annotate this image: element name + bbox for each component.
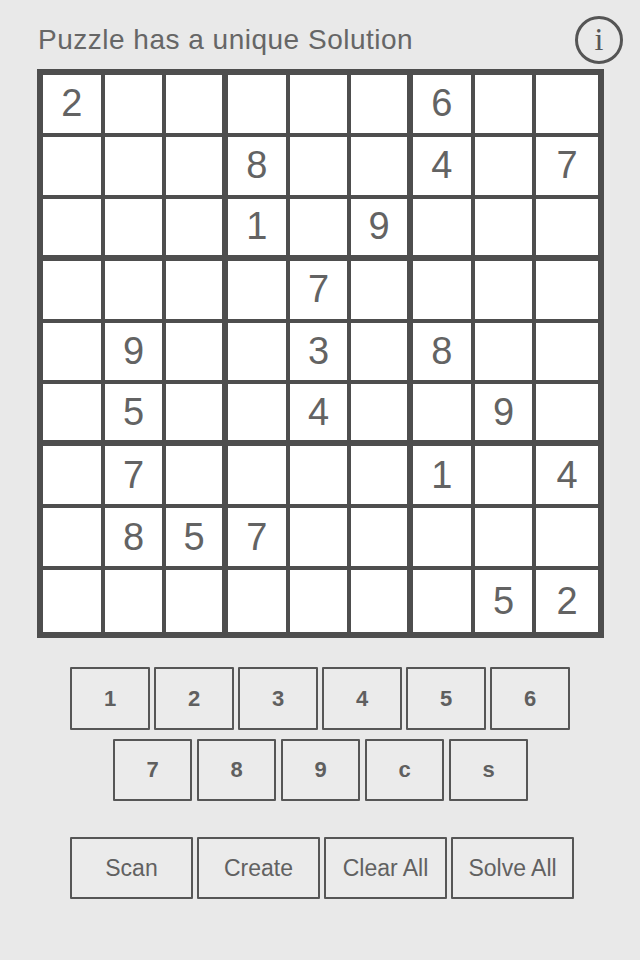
sudoku-cell[interactable] [475, 199, 537, 261]
sudoku-cell[interactable] [228, 261, 290, 323]
sudoku-cell[interactable] [351, 137, 413, 199]
sudoku-cell[interactable] [166, 75, 228, 137]
sudoku-cell[interactable]: 7 [228, 508, 290, 570]
sudoku-cell[interactable] [290, 446, 352, 508]
sudoku-cell[interactable]: 9 [475, 384, 537, 446]
sudoku-cell[interactable] [228, 446, 290, 508]
sudoku-cell[interactable] [475, 446, 537, 508]
sudoku-cell[interactable] [536, 199, 598, 261]
sudoku-cell[interactable] [43, 199, 105, 261]
sudoku-cell[interactable] [290, 199, 352, 261]
key-5[interactable]: 5 [406, 667, 486, 730]
sudoku-cell[interactable]: 8 [105, 508, 167, 570]
sudoku-cell[interactable] [105, 570, 167, 632]
key-s[interactable]: s [449, 739, 528, 801]
sudoku-cell[interactable] [475, 137, 537, 199]
sudoku-cell[interactable] [290, 137, 352, 199]
sudoku-cell[interactable] [351, 508, 413, 570]
sudoku-cell[interactable] [43, 508, 105, 570]
sudoku-cell[interactable] [536, 384, 598, 446]
sudoku-cell[interactable]: 6 [413, 75, 475, 137]
sudoku-cell[interactable] [536, 75, 598, 137]
sudoku-app: Puzzle has a unique Solution i 268471979… [0, 0, 640, 960]
sudoku-cell[interactable] [166, 137, 228, 199]
sudoku-cell[interactable] [351, 446, 413, 508]
key-c[interactable]: c [365, 739, 444, 801]
number-pad-row-1: 123456 [70, 667, 570, 730]
sudoku-cell[interactable] [290, 75, 352, 137]
number-pad-row-2: 789cs [113, 739, 528, 801]
sudoku-cell[interactable] [351, 75, 413, 137]
key-1[interactable]: 1 [70, 667, 150, 730]
sudoku-cell[interactable] [228, 75, 290, 137]
sudoku-cell[interactable]: 4 [413, 137, 475, 199]
sudoku-cell[interactable] [475, 323, 537, 385]
sudoku-cell[interactable]: 2 [43, 75, 105, 137]
sudoku-cell[interactable] [413, 508, 475, 570]
info-button[interactable]: i [575, 16, 623, 64]
status-title: Puzzle has a unique Solution [38, 24, 413, 56]
sudoku-cell[interactable]: 8 [413, 323, 475, 385]
sudoku-cell[interactable] [228, 384, 290, 446]
sudoku-cell[interactable]: 8 [228, 137, 290, 199]
sudoku-cell[interactable]: 5 [166, 508, 228, 570]
sudoku-cell[interactable]: 4 [290, 384, 352, 446]
sudoku-cell[interactable] [536, 508, 598, 570]
sudoku-cell[interactable] [413, 199, 475, 261]
sudoku-cell[interactable] [290, 570, 352, 632]
sudoku-cell[interactable] [43, 323, 105, 385]
action-bar: ScanCreateClear AllSolve All [70, 837, 574, 899]
sudoku-cell[interactable] [166, 384, 228, 446]
key-6[interactable]: 6 [490, 667, 570, 730]
key-2[interactable]: 2 [154, 667, 234, 730]
sudoku-cell[interactable] [351, 323, 413, 385]
sudoku-cell[interactable] [536, 323, 598, 385]
info-icon: i [595, 21, 604, 58]
create-button[interactable]: Create [197, 837, 320, 899]
sudoku-grid: 2684719793854971485752 [37, 69, 604, 638]
sudoku-cell[interactable] [228, 570, 290, 632]
sudoku-cell[interactable]: 2 [536, 570, 598, 632]
sudoku-cell[interactable]: 3 [290, 323, 352, 385]
sudoku-cell[interactable] [166, 446, 228, 508]
key-4[interactable]: 4 [322, 667, 402, 730]
sudoku-cell[interactable]: 7 [290, 261, 352, 323]
key-7[interactable]: 7 [113, 739, 192, 801]
sudoku-cell[interactable] [43, 261, 105, 323]
sudoku-cell[interactable] [166, 261, 228, 323]
sudoku-cell[interactable] [166, 199, 228, 261]
sudoku-cell[interactable]: 7 [105, 446, 167, 508]
sudoku-cell[interactable]: 7 [536, 137, 598, 199]
sudoku-cell[interactable]: 4 [536, 446, 598, 508]
sudoku-cell[interactable] [475, 75, 537, 137]
key-9[interactable]: 9 [281, 739, 360, 801]
sudoku-cell[interactable] [43, 384, 105, 446]
sudoku-cell[interactable] [351, 384, 413, 446]
sudoku-cell[interactable] [290, 508, 352, 570]
sudoku-cell[interactable] [413, 261, 475, 323]
sudoku-cell[interactable] [105, 75, 167, 137]
sudoku-cell[interactable] [43, 446, 105, 508]
sudoku-cell[interactable] [536, 261, 598, 323]
sudoku-cell[interactable] [351, 261, 413, 323]
sudoku-cell[interactable] [413, 384, 475, 446]
key-8[interactable]: 8 [197, 739, 276, 801]
sudoku-cell[interactable]: 9 [351, 199, 413, 261]
key-3[interactable]: 3 [238, 667, 318, 730]
sudoku-cell[interactable]: 5 [105, 384, 167, 446]
scan-button[interactable]: Scan [70, 837, 193, 899]
sudoku-cell[interactable]: 1 [228, 199, 290, 261]
sudoku-cell[interactable] [105, 137, 167, 199]
sudoku-cell[interactable] [105, 199, 167, 261]
sudoku-cell[interactable] [43, 570, 105, 632]
sudoku-cell[interactable] [351, 570, 413, 632]
sudoku-cell[interactable] [105, 261, 167, 323]
sudoku-cell[interactable] [475, 261, 537, 323]
sudoku-cell[interactable] [166, 570, 228, 632]
sudoku-cell[interactable]: 9 [105, 323, 167, 385]
sudoku-cell[interactable] [166, 323, 228, 385]
clear-all-button[interactable]: Clear All [324, 837, 447, 899]
sudoku-cell[interactable] [475, 508, 537, 570]
sudoku-cell[interactable] [228, 323, 290, 385]
sudoku-cell[interactable] [43, 137, 105, 199]
sudoku-cell[interactable] [413, 570, 475, 632]
solve-all-button[interactable]: Solve All [451, 837, 574, 899]
sudoku-cell[interactable]: 1 [413, 446, 475, 508]
sudoku-cell[interactable]: 5 [475, 570, 537, 632]
